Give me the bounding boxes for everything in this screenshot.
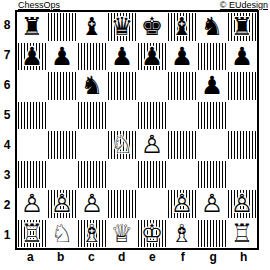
square-a8[interactable]: ♜ [17, 12, 47, 42]
rank-label-5: 5 [0, 100, 14, 130]
file-label-d: d [107, 250, 138, 264]
square-f3[interactable] [167, 160, 197, 190]
square-e1[interactable]: ♔ [137, 219, 167, 249]
piece-white-pawn[interactable]: ♙ [231, 191, 253, 216]
piece-white-knight[interactable]: ♘ [111, 132, 133, 157]
square-f8[interactable]: ♝ [167, 12, 197, 42]
square-b8[interactable] [47, 12, 77, 42]
square-e4[interactable]: ♙ [137, 130, 167, 160]
piece-white-queen[interactable]: ♕ [111, 221, 133, 246]
file-label-h: h [229, 250, 260, 264]
piece-black-king[interactable]: ♚ [141, 14, 163, 39]
square-b4[interactable] [47, 130, 77, 160]
square-d1[interactable]: ♕ [107, 219, 137, 249]
rank-label-7: 7 [0, 40, 14, 70]
square-g2[interactable]: ♙ [197, 189, 227, 219]
square-c3[interactable] [77, 160, 107, 190]
square-e3[interactable] [137, 160, 167, 190]
piece-white-king[interactable]: ♔ [141, 221, 163, 246]
square-b7[interactable]: ♟ [47, 42, 77, 72]
square-c6[interactable]: ♞ [77, 71, 107, 101]
square-e6[interactable] [137, 71, 167, 101]
square-d5[interactable] [107, 101, 137, 131]
square-g5[interactable] [197, 101, 227, 131]
piece-white-pawn[interactable]: ♙ [51, 191, 73, 216]
square-a2[interactable]: ♙ [17, 189, 47, 219]
app-title: ChessOps [18, 0, 60, 10]
square-e7[interactable]: ♟ [137, 42, 167, 72]
square-e5[interactable] [137, 101, 167, 131]
square-h6[interactable] [227, 71, 257, 101]
square-h7[interactable]: ♟ [227, 42, 257, 72]
square-g6[interactable]: ♟ [197, 71, 227, 101]
square-c4[interactable] [77, 130, 107, 160]
piece-white-bishop[interactable]: ♗ [81, 221, 103, 246]
square-e8[interactable]: ♚ [137, 12, 167, 42]
square-c2[interactable]: ♙ [77, 189, 107, 219]
file-label-g: g [198, 250, 229, 264]
file-label-a: a [15, 250, 46, 264]
piece-white-bishop[interactable]: ♗ [171, 221, 193, 246]
square-d4[interactable]: ♘ [107, 130, 137, 160]
square-d8[interactable]: ♛ [107, 12, 137, 42]
file-label-f: f [168, 250, 199, 264]
rank-label-3: 3 [0, 160, 14, 190]
square-b2[interactable]: ♙ [47, 189, 77, 219]
piece-black-pawn[interactable]: ♟ [231, 44, 253, 69]
square-h3[interactable] [227, 160, 257, 190]
piece-black-pawn[interactable]: ♟ [171, 44, 193, 69]
square-g3[interactable] [197, 160, 227, 190]
piece-black-queen[interactable]: ♛ [111, 14, 133, 39]
rank-label-6: 6 [0, 70, 14, 100]
piece-white-pawn[interactable]: ♙ [81, 191, 103, 216]
piece-white-rook[interactable]: ♖ [21, 221, 43, 246]
square-d7[interactable]: ♟ [107, 42, 137, 72]
square-c7[interactable] [77, 42, 107, 72]
square-c8[interactable]: ♝ [77, 12, 107, 42]
piece-white-knight[interactable]: ♘ [51, 221, 73, 246]
square-b6[interactable] [47, 71, 77, 101]
piece-black-rook[interactable]: ♜ [231, 14, 253, 39]
square-c5[interactable] [77, 101, 107, 131]
piece-black-bishop[interactable]: ♝ [81, 14, 103, 39]
square-g1[interactable] [197, 219, 227, 249]
square-e2[interactable] [137, 189, 167, 219]
square-b1[interactable]: ♘ [47, 219, 77, 249]
file-label-b: b [46, 250, 77, 264]
square-h8[interactable]: ♜ [227, 12, 257, 42]
square-a4[interactable] [17, 130, 47, 160]
rank-label-8: 8 [0, 10, 14, 40]
square-h4[interactable] [227, 130, 257, 160]
piece-black-pawn[interactable]: ♟ [51, 44, 73, 69]
piece-black-pawn[interactable]: ♟ [141, 44, 163, 69]
square-f5[interactable] [167, 101, 197, 131]
square-a6[interactable] [17, 71, 47, 101]
square-d6[interactable] [107, 71, 137, 101]
file-label-c: c [76, 250, 107, 264]
piece-white-pawn[interactable]: ♙ [201, 191, 223, 216]
square-a5[interactable] [17, 101, 47, 131]
rank-labels: 87654321 [0, 10, 14, 250]
piece-black-pawn[interactable]: ♟ [21, 44, 43, 69]
piece-black-knight[interactable]: ♞ [81, 73, 103, 98]
square-h5[interactable] [227, 101, 257, 131]
square-h1[interactable]: ♖ [227, 219, 257, 249]
square-a3[interactable] [17, 160, 47, 190]
square-f1[interactable]: ♗ [167, 219, 197, 249]
square-b3[interactable] [47, 160, 77, 190]
file-labels: abcdefgh [15, 250, 259, 264]
piece-white-pawn[interactable]: ♙ [21, 191, 43, 216]
square-a7[interactable]: ♟ [17, 42, 47, 72]
rank-label-4: 4 [0, 130, 14, 160]
chess-board: ♜♝♛♚♝♞♜♟♟♟♟♟♟♞♟♘♙♙♙♙♙♙♙♖♘♗♕♔♗♖ [15, 10, 259, 250]
piece-black-pawn[interactable]: ♟ [111, 44, 133, 69]
piece-white-pawn[interactable]: ♙ [141, 132, 163, 157]
piece-black-knight[interactable]: ♞ [201, 14, 223, 39]
piece-black-bishop[interactable]: ♝ [171, 14, 193, 39]
piece-black-rook[interactable]: ♜ [21, 14, 43, 39]
square-f6[interactable] [167, 71, 197, 101]
rank-label-1: 1 [0, 220, 14, 250]
square-g8[interactable]: ♞ [197, 12, 227, 42]
square-b5[interactable] [47, 101, 77, 131]
square-c1[interactable]: ♗ [77, 219, 107, 249]
square-g4[interactable] [197, 130, 227, 160]
square-d3[interactable] [107, 160, 137, 190]
square-g7[interactable] [197, 42, 227, 72]
square-f2[interactable]: ♙ [167, 189, 197, 219]
square-a1[interactable]: ♖ [17, 219, 47, 249]
square-f7[interactable]: ♟ [167, 42, 197, 72]
file-label-e: e [137, 250, 168, 264]
rank-label-2: 2 [0, 190, 14, 220]
piece-white-rook[interactable]: ♖ [231, 221, 253, 246]
piece-black-pawn[interactable]: ♟ [201, 73, 223, 98]
piece-white-pawn[interactable]: ♙ [171, 191, 193, 216]
square-h2[interactable]: ♙ [227, 189, 257, 219]
square-d2[interactable] [107, 189, 137, 219]
square-f4[interactable] [167, 130, 197, 160]
credit-label: © EUdesign [220, 0, 268, 10]
